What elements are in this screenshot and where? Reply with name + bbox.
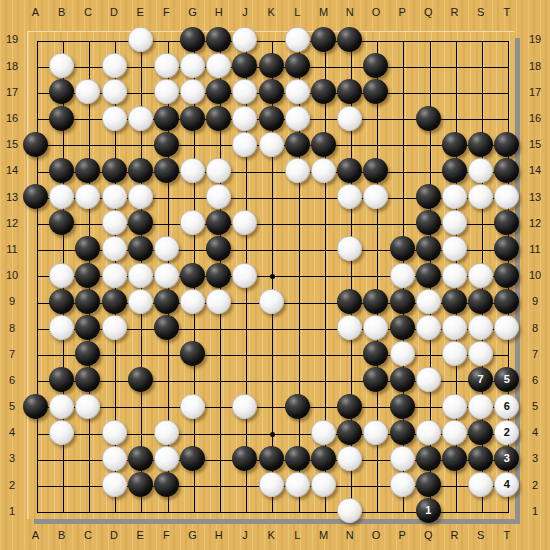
- stone-black-S15[interactable]: [468, 132, 493, 157]
- coord-label-18: 18: [529, 60, 541, 72]
- stone-white-R13[interactable]: [442, 184, 467, 209]
- stone-black-A5[interactable]: [23, 394, 48, 419]
- stone-black-N5[interactable]: [337, 394, 362, 419]
- coord-label-T: T: [503, 6, 510, 18]
- stone-white-R7[interactable]: [442, 341, 467, 366]
- stone-white-S7[interactable]: [468, 341, 493, 366]
- stone-black-C6[interactable]: [75, 367, 100, 392]
- stone-white-G12[interactable]: [180, 210, 205, 235]
- stone-black-R9[interactable]: [442, 289, 467, 314]
- coord-label-14: 14: [6, 164, 18, 176]
- stone-black-Q2[interactable]: [416, 472, 441, 497]
- stone-black-G19[interactable]: [180, 27, 205, 52]
- stone-black-S3[interactable]: [468, 446, 493, 471]
- stone-white-C5[interactable]: [75, 394, 100, 419]
- coord-label-5: 5: [9, 400, 15, 412]
- stone-white-R10[interactable]: [442, 263, 467, 288]
- stone-black-A13[interactable]: [23, 184, 48, 209]
- stone-white-R8[interactable]: [442, 315, 467, 340]
- coord-label-18: 18: [6, 60, 18, 72]
- stone-black-E6[interactable]: [128, 367, 153, 392]
- stone-white-L19[interactable]: [285, 27, 310, 52]
- stone-white-D18[interactable]: [102, 53, 127, 78]
- coord-label-G: G: [188, 6, 197, 18]
- coord-label-7: 7: [9, 348, 15, 360]
- stone-black-N19[interactable]: [337, 27, 362, 52]
- stone-black-T15[interactable]: [494, 132, 519, 157]
- stone-black-S9[interactable]: [468, 289, 493, 314]
- stone-white-R12[interactable]: [442, 210, 467, 235]
- move-number-4: 4: [504, 479, 510, 490]
- stone-white-Q4[interactable]: [416, 420, 441, 445]
- coord-label-3: 3: [532, 452, 538, 464]
- coords-bottom: ABCDEFGHJKLMNOPQRST: [22, 528, 520, 542]
- stones-grid[interactable]: 7562341: [22, 26, 520, 524]
- move-number-7: 7: [478, 374, 484, 385]
- stone-black-S6[interactable]: 7: [468, 367, 493, 392]
- coord-label-10: 10: [6, 269, 18, 281]
- stone-white-M2[interactable]: [311, 472, 336, 497]
- stone-white-N3[interactable]: [337, 446, 362, 471]
- stone-white-T4[interactable]: 2: [494, 420, 519, 445]
- coord-label-N: N: [346, 6, 354, 18]
- stone-black-B6[interactable]: [49, 367, 74, 392]
- stone-white-O4[interactable]: [363, 420, 388, 445]
- stone-white-G5[interactable]: [180, 394, 205, 419]
- stone-black-Q11[interactable]: [416, 236, 441, 261]
- coord-label-S: S: [477, 6, 484, 18]
- stone-white-L17[interactable]: [285, 79, 310, 104]
- coord-label-19: 19: [529, 33, 541, 45]
- stone-white-D11[interactable]: [102, 236, 127, 261]
- stone-white-N1[interactable]: [337, 498, 362, 523]
- stone-white-H13[interactable]: [206, 184, 231, 209]
- coord-label-G: G: [188, 529, 197, 541]
- stone-white-E10[interactable]: [128, 263, 153, 288]
- coord-label-P: P: [398, 6, 405, 18]
- stone-black-N17[interactable]: [337, 79, 362, 104]
- coord-label-1: 1: [532, 505, 538, 517]
- coord-label-J: J: [242, 6, 248, 18]
- stone-white-S14[interactable]: [468, 158, 493, 183]
- stone-white-J10[interactable]: [232, 263, 257, 288]
- stone-black-C9[interactable]: [75, 289, 100, 314]
- stone-white-F18[interactable]: [154, 53, 179, 78]
- stone-white-S13[interactable]: [468, 184, 493, 209]
- stone-black-H16[interactable]: [206, 106, 231, 131]
- stone-white-J15[interactable]: [232, 132, 257, 157]
- stone-black-S4[interactable]: [468, 420, 493, 445]
- stone-white-E13[interactable]: [128, 184, 153, 209]
- coord-label-J: J: [242, 529, 248, 541]
- coord-label-7: 7: [532, 348, 538, 360]
- coord-label-O: O: [372, 6, 381, 18]
- stone-white-D17[interactable]: [102, 79, 127, 104]
- stone-white-H14[interactable]: [206, 158, 231, 183]
- stone-white-D3[interactable]: [102, 446, 127, 471]
- stone-black-O18[interactable]: [363, 53, 388, 78]
- stone-black-P9[interactable]: [390, 289, 415, 314]
- stone-black-G7[interactable]: [180, 341, 205, 366]
- coord-label-15: 15: [6, 138, 18, 150]
- stone-white-N11[interactable]: [337, 236, 362, 261]
- coord-label-Q: Q: [424, 529, 433, 541]
- coords-right: 19181716151413121110987654321: [523, 26, 547, 524]
- stone-white-B5[interactable]: [49, 394, 74, 419]
- stone-white-K9[interactable]: [259, 289, 284, 314]
- stone-white-C13[interactable]: [75, 184, 100, 209]
- coord-label-2: 2: [9, 479, 15, 491]
- stone-white-F10[interactable]: [154, 263, 179, 288]
- coord-label-E: E: [137, 529, 144, 541]
- coord-label-8: 8: [532, 322, 538, 334]
- stone-black-F9[interactable]: [154, 289, 179, 314]
- stone-white-T8[interactable]: [494, 315, 519, 340]
- coord-label-11: 11: [529, 243, 540, 255]
- stone-white-H9[interactable]: [206, 289, 231, 314]
- stone-white-P2[interactable]: [390, 472, 415, 497]
- stone-white-B4[interactable]: [49, 420, 74, 445]
- stone-black-M17[interactable]: [311, 79, 336, 104]
- stone-white-K2[interactable]: [259, 472, 284, 497]
- stone-white-D13[interactable]: [102, 184, 127, 209]
- stone-white-R5[interactable]: [442, 394, 467, 419]
- go-board-screenshot: ABCDEFGHJKLMNOPQRST ABCDEFGHJKLMNOPQRST …: [0, 0, 550, 550]
- stone-white-F11[interactable]: [154, 236, 179, 261]
- stone-black-R15[interactable]: [442, 132, 467, 157]
- coord-label-Q: Q: [424, 6, 433, 18]
- stone-black-P5[interactable]: [390, 394, 415, 419]
- coord-label-13: 13: [6, 191, 18, 203]
- stone-black-T14[interactable]: [494, 158, 519, 183]
- stone-white-D10[interactable]: [102, 263, 127, 288]
- stone-white-S2[interactable]: [468, 472, 493, 497]
- stone-white-D4[interactable]: [102, 420, 127, 445]
- stone-black-J3[interactable]: [232, 446, 257, 471]
- coord-label-M: M: [319, 6, 328, 18]
- stone-white-F4[interactable]: [154, 420, 179, 445]
- coord-label-6: 6: [532, 374, 538, 386]
- stone-black-J18[interactable]: [232, 53, 257, 78]
- stone-black-T3[interactable]: 3: [494, 446, 519, 471]
- stone-black-Q16[interactable]: [416, 106, 441, 131]
- stone-black-E12[interactable]: [128, 210, 153, 235]
- stone-black-R14[interactable]: [442, 158, 467, 183]
- coord-label-B: B: [58, 529, 65, 541]
- move-number-5: 5: [504, 374, 510, 385]
- stone-black-L18[interactable]: [285, 53, 310, 78]
- coord-label-S: S: [477, 529, 484, 541]
- coord-label-F: F: [163, 529, 170, 541]
- coord-label-B: B: [58, 6, 65, 18]
- stone-white-B8[interactable]: [49, 315, 74, 340]
- stone-black-Q12[interactable]: [416, 210, 441, 235]
- stone-white-L2[interactable]: [285, 472, 310, 497]
- stone-black-P6[interactable]: [390, 367, 415, 392]
- stone-white-Q9[interactable]: [416, 289, 441, 314]
- coord-label-C: C: [84, 529, 92, 541]
- stone-black-F15[interactable]: [154, 132, 179, 157]
- stone-black-A15[interactable]: [23, 132, 48, 157]
- coord-label-L: L: [294, 6, 300, 18]
- stone-white-H18[interactable]: [206, 53, 231, 78]
- coord-label-14: 14: [529, 164, 541, 176]
- stone-black-C7[interactable]: [75, 341, 100, 366]
- move-number-2: 2: [504, 426, 510, 437]
- stone-black-Q13[interactable]: [416, 184, 441, 209]
- coords-left: 19181716151413121110987654321: [0, 26, 24, 524]
- stone-white-R4[interactable]: [442, 420, 467, 445]
- coord-label-F: F: [163, 6, 170, 18]
- stone-black-F16[interactable]: [154, 106, 179, 131]
- stone-white-P10[interactable]: [390, 263, 415, 288]
- coord-label-H: H: [215, 529, 223, 541]
- stone-white-B18[interactable]: [49, 53, 74, 78]
- coord-label-12: 12: [529, 217, 541, 229]
- stone-black-B12[interactable]: [49, 210, 74, 235]
- coord-label-15: 15: [529, 138, 541, 150]
- stone-white-D8[interactable]: [102, 315, 127, 340]
- stone-black-R3[interactable]: [442, 446, 467, 471]
- stone-black-D9[interactable]: [102, 289, 127, 314]
- stone-white-C17[interactable]: [75, 79, 100, 104]
- stone-black-C11[interactable]: [75, 236, 100, 261]
- stone-white-O13[interactable]: [363, 184, 388, 209]
- stone-black-K3[interactable]: [259, 446, 284, 471]
- coord-label-A: A: [32, 6, 39, 18]
- stone-black-Q3[interactable]: [416, 446, 441, 471]
- stone-black-M15[interactable]: [311, 132, 336, 157]
- stone-white-F17[interactable]: [154, 79, 179, 104]
- stone-black-T11[interactable]: [494, 236, 519, 261]
- stone-white-N13[interactable]: [337, 184, 362, 209]
- stone-black-N9[interactable]: [337, 289, 362, 314]
- stone-white-B13[interactable]: [49, 184, 74, 209]
- stone-black-H17[interactable]: [206, 79, 231, 104]
- stone-black-B14[interactable]: [49, 158, 74, 183]
- stone-white-M14[interactable]: [311, 158, 336, 183]
- stone-white-Q6[interactable]: [416, 367, 441, 392]
- stone-white-D12[interactable]: [102, 210, 127, 235]
- stone-black-G3[interactable]: [180, 446, 205, 471]
- stone-black-K16[interactable]: [259, 106, 284, 131]
- coord-label-17: 17: [6, 86, 18, 98]
- stone-black-E2[interactable]: [128, 472, 153, 497]
- coord-label-4: 4: [532, 426, 538, 438]
- stone-black-T6[interactable]: 5: [494, 367, 519, 392]
- stone-black-B9[interactable]: [49, 289, 74, 314]
- coord-label-12: 12: [6, 217, 18, 229]
- coord-label-O: O: [372, 529, 381, 541]
- stone-white-F3[interactable]: [154, 446, 179, 471]
- coord-label-2: 2: [532, 479, 538, 491]
- stone-white-O8[interactable]: [363, 315, 388, 340]
- stone-black-G16[interactable]: [180, 106, 205, 131]
- stone-black-B17[interactable]: [49, 79, 74, 104]
- stone-white-D2[interactable]: [102, 472, 127, 497]
- stone-black-G10[interactable]: [180, 263, 205, 288]
- stone-black-F8[interactable]: [154, 315, 179, 340]
- stone-white-J17[interactable]: [232, 79, 257, 104]
- stone-white-J16[interactable]: [232, 106, 257, 131]
- coord-label-16: 16: [6, 112, 18, 124]
- stone-black-M3[interactable]: [311, 446, 336, 471]
- coord-label-A: A: [32, 529, 39, 541]
- coord-label-H: H: [215, 6, 223, 18]
- stone-black-Q10[interactable]: [416, 263, 441, 288]
- stone-black-F14[interactable]: [154, 158, 179, 183]
- coord-label-6: 6: [9, 374, 15, 386]
- stone-white-P7[interactable]: [390, 341, 415, 366]
- stone-black-K17[interactable]: [259, 79, 284, 104]
- stone-black-O17[interactable]: [363, 79, 388, 104]
- coord-label-R: R: [451, 6, 459, 18]
- stone-white-E19[interactable]: [128, 27, 153, 52]
- coord-label-P: P: [398, 529, 405, 541]
- coord-label-10: 10: [529, 269, 541, 281]
- stone-white-G14[interactable]: [180, 158, 205, 183]
- stone-black-K18[interactable]: [259, 53, 284, 78]
- coord-label-13: 13: [529, 191, 541, 203]
- stone-black-O6[interactable]: [363, 367, 388, 392]
- stone-white-T5[interactable]: 6: [494, 394, 519, 419]
- stone-black-T12[interactable]: [494, 210, 519, 235]
- coord-label-T: T: [503, 529, 510, 541]
- coord-label-R: R: [451, 529, 459, 541]
- stone-black-O14[interactable]: [363, 158, 388, 183]
- stone-black-T10[interactable]: [494, 263, 519, 288]
- stone-black-L15[interactable]: [285, 132, 310, 157]
- stone-black-E14[interactable]: [128, 158, 153, 183]
- stone-white-S5[interactable]: [468, 394, 493, 419]
- stone-black-F2[interactable]: [154, 472, 179, 497]
- coord-label-19: 19: [6, 33, 18, 45]
- coord-label-5: 5: [532, 400, 538, 412]
- move-number-3: 3: [504, 452, 510, 463]
- stone-black-T9[interactable]: [494, 289, 519, 314]
- coord-label-17: 17: [529, 86, 541, 98]
- stone-white-G18[interactable]: [180, 53, 205, 78]
- stone-white-G9[interactable]: [180, 289, 205, 314]
- stone-black-H19[interactable]: [206, 27, 231, 52]
- coord-label-C: C: [84, 6, 92, 18]
- move-number-6: 6: [504, 400, 510, 411]
- stone-black-P4[interactable]: [390, 420, 415, 445]
- stone-white-L14[interactable]: [285, 158, 310, 183]
- stone-white-S8[interactable]: [468, 315, 493, 340]
- coord-label-D: D: [110, 529, 118, 541]
- stone-white-S10[interactable]: [468, 263, 493, 288]
- stone-black-M19[interactable]: [311, 27, 336, 52]
- stone-black-H11[interactable]: [206, 236, 231, 261]
- stone-white-K15[interactable]: [259, 132, 284, 157]
- stone-black-P8[interactable]: [390, 315, 415, 340]
- coord-label-8: 8: [9, 322, 15, 334]
- stone-white-B10[interactable]: [49, 263, 74, 288]
- coord-label-9: 9: [532, 295, 538, 307]
- stone-white-E9[interactable]: [128, 289, 153, 314]
- stone-white-J19[interactable]: [232, 27, 257, 52]
- stone-white-G17[interactable]: [180, 79, 205, 104]
- stone-white-N16[interactable]: [337, 106, 362, 131]
- stone-white-N8[interactable]: [337, 315, 362, 340]
- coord-label-16: 16: [529, 112, 541, 124]
- stone-black-P11[interactable]: [390, 236, 415, 261]
- stone-black-O9[interactable]: [363, 289, 388, 314]
- stone-black-N4[interactable]: [337, 420, 362, 445]
- stone-white-Q8[interactable]: [416, 315, 441, 340]
- coord-label-4: 4: [9, 426, 15, 438]
- coord-label-K: K: [268, 529, 275, 541]
- stone-white-R11[interactable]: [442, 236, 467, 261]
- coord-label-E: E: [137, 6, 144, 18]
- stone-white-E16[interactable]: [128, 106, 153, 131]
- coord-label-11: 11: [6, 243, 17, 255]
- stone-black-B16[interactable]: [49, 106, 74, 131]
- stone-white-P3[interactable]: [390, 446, 415, 471]
- stone-black-C14[interactable]: [75, 158, 100, 183]
- stone-white-L16[interactable]: [285, 106, 310, 131]
- coord-label-1: 1: [9, 505, 15, 517]
- stone-black-C8[interactable]: [75, 315, 100, 340]
- stone-black-C10[interactable]: [75, 263, 100, 288]
- coord-label-D: D: [110, 6, 118, 18]
- stone-black-H12[interactable]: [206, 210, 231, 235]
- coord-label-3: 3: [9, 452, 15, 464]
- stone-black-L5[interactable]: [285, 394, 310, 419]
- stone-white-D16[interactable]: [102, 106, 127, 131]
- stone-black-N14[interactable]: [337, 158, 362, 183]
- stone-black-L3[interactable]: [285, 446, 310, 471]
- coord-label-N: N: [346, 529, 354, 541]
- move-number-1: 1: [425, 505, 431, 516]
- coord-label-K: K: [268, 6, 275, 18]
- stone-black-E11[interactable]: [128, 236, 153, 261]
- coord-label-M: M: [319, 529, 328, 541]
- coords-top: ABCDEFGHJKLMNOPQRST: [22, 5, 520, 19]
- coord-label-L: L: [294, 529, 300, 541]
- stone-black-E3[interactable]: [128, 446, 153, 471]
- stone-black-O7[interactable]: [363, 341, 388, 366]
- stone-black-H10[interactable]: [206, 263, 231, 288]
- stone-white-M4[interactable]: [311, 420, 336, 445]
- stone-white-J12[interactable]: [232, 210, 257, 235]
- stone-white-T13[interactable]: [494, 184, 519, 209]
- stone-black-D14[interactable]: [102, 158, 127, 183]
- coord-label-9: 9: [9, 295, 15, 307]
- stone-white-T2[interactable]: 4: [494, 472, 519, 497]
- stone-black-Q1[interactable]: 1: [416, 498, 441, 523]
- stone-white-J5[interactable]: [232, 394, 257, 419]
